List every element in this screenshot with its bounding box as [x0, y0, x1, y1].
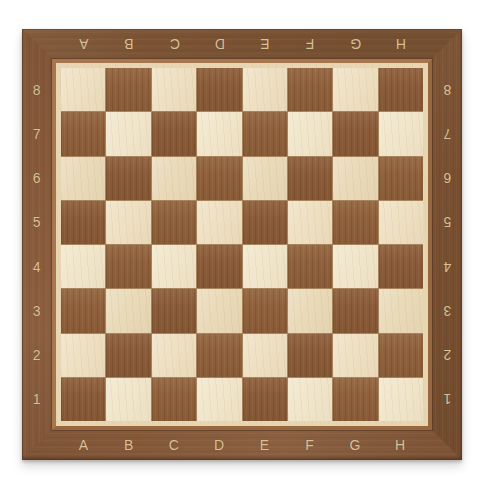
square-a6 — [61, 157, 105, 200]
square-f5 — [288, 201, 332, 244]
square-f2 — [288, 334, 332, 377]
square-f6 — [288, 157, 332, 200]
square-b8 — [106, 68, 150, 111]
square-b7 — [106, 112, 150, 155]
square-f8 — [288, 68, 332, 111]
square-d6 — [197, 157, 241, 200]
square-h8 — [379, 68, 423, 111]
square-b1 — [106, 378, 150, 421]
square-h2 — [379, 334, 423, 377]
square-d7 — [197, 112, 241, 155]
chess-board: ABCDEFGH ABCDEFGH 87654321 87654321 — [22, 29, 462, 460]
square-b6 — [106, 157, 150, 200]
square-g3 — [333, 289, 377, 332]
square-b4 — [106, 245, 150, 288]
square-g1 — [333, 378, 377, 421]
square-c8 — [152, 68, 196, 111]
square-f1 — [288, 378, 332, 421]
square-g7 — [333, 112, 377, 155]
square-b3 — [106, 289, 150, 332]
square-d2 — [197, 334, 241, 377]
square-e2 — [243, 334, 287, 377]
square-h3 — [379, 289, 423, 332]
square-g4 — [333, 245, 377, 288]
square-h7 — [379, 112, 423, 155]
square-a2 — [61, 334, 105, 377]
square-d4 — [197, 245, 241, 288]
board-frame-top — [22, 29, 462, 59]
square-h1 — [379, 378, 423, 421]
board-grid — [61, 68, 423, 421]
square-g8 — [333, 68, 377, 111]
square-c3 — [152, 289, 196, 332]
square-e5 — [243, 201, 287, 244]
board-field-margin — [52, 59, 432, 430]
square-b5 — [106, 201, 150, 244]
square-c2 — [152, 334, 196, 377]
square-d1 — [197, 378, 241, 421]
square-c4 — [152, 245, 196, 288]
square-h5 — [379, 201, 423, 244]
board-frame-left — [22, 29, 52, 460]
square-d5 — [197, 201, 241, 244]
square-d8 — [197, 68, 241, 111]
square-f3 — [288, 289, 332, 332]
square-g2 — [333, 334, 377, 377]
square-c7 — [152, 112, 196, 155]
photo-background: ABCDEFGH ABCDEFGH 87654321 87654321 — [0, 0, 488, 500]
square-f4 — [288, 245, 332, 288]
square-a3 — [61, 289, 105, 332]
square-e4 — [243, 245, 287, 288]
square-h6 — [379, 157, 423, 200]
square-b2 — [106, 334, 150, 377]
square-a1 — [61, 378, 105, 421]
square-g5 — [333, 201, 377, 244]
square-c6 — [152, 157, 196, 200]
board-frame-bottom — [22, 430, 462, 460]
square-c5 — [152, 201, 196, 244]
square-e1 — [243, 378, 287, 421]
square-e7 — [243, 112, 287, 155]
board-frame-right — [432, 29, 462, 460]
square-a7 — [61, 112, 105, 155]
square-d3 — [197, 289, 241, 332]
square-a5 — [61, 201, 105, 244]
square-h4 — [379, 245, 423, 288]
square-f7 — [288, 112, 332, 155]
square-a4 — [61, 245, 105, 288]
square-e3 — [243, 289, 287, 332]
square-e8 — [243, 68, 287, 111]
square-c1 — [152, 378, 196, 421]
square-e6 — [243, 157, 287, 200]
square-a8 — [61, 68, 105, 111]
square-g6 — [333, 157, 377, 200]
